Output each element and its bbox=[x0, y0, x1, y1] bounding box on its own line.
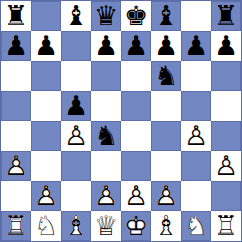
black-queen-piece: ♛ bbox=[91, 1, 121, 31]
square-b6[interactable] bbox=[31, 61, 61, 91]
square-d5[interactable] bbox=[91, 91, 121, 121]
black-king-piece: ♚ bbox=[121, 1, 151, 31]
piece-outline-glyph: ♗ bbox=[61, 211, 91, 241]
square-e2[interactable]: ♟♙ bbox=[121, 181, 151, 211]
square-d1[interactable]: ♛♕ bbox=[91, 211, 121, 241]
square-e7[interactable]: ♟ bbox=[121, 31, 151, 61]
piece-fill-glyph: ♜ bbox=[211, 1, 241, 31]
white-pawn-piece: ♟♙ bbox=[1, 151, 31, 181]
square-c5[interactable]: ♟ bbox=[61, 91, 91, 121]
square-h6[interactable] bbox=[211, 61, 241, 91]
square-e8[interactable]: ♚ bbox=[121, 1, 151, 31]
square-a2[interactable] bbox=[1, 181, 31, 211]
square-h4[interactable] bbox=[211, 121, 241, 151]
black-pawn-piece: ♟ bbox=[61, 91, 91, 121]
square-b4[interactable] bbox=[31, 121, 61, 151]
square-a1[interactable]: ♜♖ bbox=[1, 211, 31, 241]
white-bishop-piece: ♝♗ bbox=[151, 211, 181, 241]
white-pawn-piece: ♟♙ bbox=[91, 181, 121, 211]
white-pawn-piece: ♟♙ bbox=[211, 151, 241, 181]
square-g7[interactable]: ♟ bbox=[181, 31, 211, 61]
square-g2[interactable] bbox=[181, 181, 211, 211]
square-c3[interactable] bbox=[61, 151, 91, 181]
piece-outline-glyph: ♙ bbox=[91, 181, 121, 211]
square-h5[interactable] bbox=[211, 91, 241, 121]
piece-outline-glyph: ♙ bbox=[211, 151, 241, 181]
white-rook-piece: ♜♖ bbox=[211, 211, 241, 241]
square-a8[interactable]: ♜ bbox=[1, 1, 31, 31]
white-knight-piece: ♞♘ bbox=[31, 211, 61, 241]
black-rook-piece: ♜ bbox=[211, 1, 241, 31]
square-f5[interactable] bbox=[151, 91, 181, 121]
square-d4[interactable]: ♞ bbox=[91, 121, 121, 151]
piece-outline-glyph: ♘ bbox=[31, 211, 61, 241]
black-pawn-piece: ♟ bbox=[211, 31, 241, 61]
black-pawn-piece: ♟ bbox=[1, 31, 31, 61]
black-pawn-piece: ♟ bbox=[151, 31, 181, 61]
square-f7[interactable]: ♟ bbox=[151, 31, 181, 61]
square-c6[interactable] bbox=[61, 61, 91, 91]
piece-outline-glyph: ♙ bbox=[31, 181, 61, 211]
square-h2[interactable] bbox=[211, 181, 241, 211]
white-pawn-piece: ♟♙ bbox=[121, 181, 151, 211]
black-pawn-piece: ♟ bbox=[31, 31, 61, 61]
square-a3[interactable]: ♟♙ bbox=[1, 151, 31, 181]
square-h7[interactable]: ♟ bbox=[211, 31, 241, 61]
square-b5[interactable] bbox=[31, 91, 61, 121]
square-g4[interactable]: ♟♙ bbox=[181, 121, 211, 151]
piece-fill-glyph: ♟ bbox=[91, 31, 121, 61]
black-knight-piece: ♞ bbox=[151, 61, 181, 91]
black-bishop-piece: ♝ bbox=[61, 1, 91, 31]
square-a7[interactable]: ♟ bbox=[1, 31, 31, 61]
square-b8[interactable] bbox=[31, 1, 61, 31]
square-b2[interactable]: ♟♙ bbox=[31, 181, 61, 211]
square-e6[interactable] bbox=[121, 61, 151, 91]
piece-fill-glyph: ♝ bbox=[61, 1, 91, 31]
white-pawn-piece: ♟♙ bbox=[61, 121, 91, 151]
square-h8[interactable]: ♜ bbox=[211, 1, 241, 31]
piece-outline-glyph: ♖ bbox=[211, 211, 241, 241]
piece-fill-glyph: ♟ bbox=[61, 91, 91, 121]
square-c1[interactable]: ♝♗ bbox=[61, 211, 91, 241]
piece-outline-glyph: ♙ bbox=[181, 121, 211, 151]
square-e3[interactable] bbox=[121, 151, 151, 181]
square-e4[interactable] bbox=[121, 121, 151, 151]
black-pawn-piece: ♟ bbox=[181, 31, 211, 61]
square-g3[interactable] bbox=[181, 151, 211, 181]
piece-fill-glyph: ♞ bbox=[151, 61, 181, 91]
square-d3[interactable] bbox=[91, 151, 121, 181]
square-h3[interactable]: ♟♙ bbox=[211, 151, 241, 181]
white-queen-piece: ♛♕ bbox=[91, 211, 121, 241]
square-e5[interactable] bbox=[121, 91, 151, 121]
square-c4[interactable]: ♟♙ bbox=[61, 121, 91, 151]
piece-outline-glyph: ♘ bbox=[181, 211, 211, 241]
square-g5[interactable] bbox=[181, 91, 211, 121]
piece-outline-glyph: ♗ bbox=[151, 211, 181, 241]
square-f6[interactable]: ♞ bbox=[151, 61, 181, 91]
piece-outline-glyph: ♙ bbox=[61, 121, 91, 151]
white-rook-piece: ♜♖ bbox=[1, 211, 31, 241]
white-pawn-piece: ♟♙ bbox=[181, 121, 211, 151]
piece-outline-glyph: ♖ bbox=[1, 211, 31, 241]
black-bishop-piece: ♝ bbox=[151, 1, 181, 31]
chess-board: ♜♝♛♚♝♜♟♟♟♟♟♟♟♞♟♟♙♞♟♙♟♙♟♙♟♙♟♙♟♙♟♙♜♖♞♘♝♗♛♕… bbox=[0, 0, 242, 242]
square-g1[interactable]: ♞♘ bbox=[181, 211, 211, 241]
white-knight-piece: ♞♘ bbox=[181, 211, 211, 241]
piece-outline-glyph: ♔ bbox=[121, 211, 151, 241]
square-d6[interactable] bbox=[91, 61, 121, 91]
piece-fill-glyph: ♟ bbox=[151, 31, 181, 61]
piece-fill-glyph: ♝ bbox=[151, 1, 181, 31]
square-c7[interactable] bbox=[61, 31, 91, 61]
square-g6[interactable] bbox=[181, 61, 211, 91]
piece-fill-glyph: ♟ bbox=[1, 31, 31, 61]
black-knight-piece: ♞ bbox=[91, 121, 121, 151]
piece-fill-glyph: ♛ bbox=[91, 1, 121, 31]
square-f4[interactable] bbox=[151, 121, 181, 151]
piece-fill-glyph: ♟ bbox=[181, 31, 211, 61]
white-bishop-piece: ♝♗ bbox=[61, 211, 91, 241]
white-pawn-piece: ♟♙ bbox=[31, 181, 61, 211]
square-c8[interactable]: ♝ bbox=[61, 1, 91, 31]
black-rook-piece: ♜ bbox=[1, 1, 31, 31]
square-f3[interactable] bbox=[151, 151, 181, 181]
square-b3[interactable] bbox=[31, 151, 61, 181]
square-f1[interactable]: ♝♗ bbox=[151, 211, 181, 241]
square-e1[interactable]: ♚♔ bbox=[121, 211, 151, 241]
white-pawn-piece: ♟♙ bbox=[151, 181, 181, 211]
square-d7[interactable]: ♟ bbox=[91, 31, 121, 61]
square-g8[interactable] bbox=[181, 1, 211, 31]
square-f2[interactable]: ♟♙ bbox=[151, 181, 181, 211]
black-pawn-piece: ♟ bbox=[121, 31, 151, 61]
piece-fill-glyph: ♚ bbox=[121, 1, 151, 31]
piece-outline-glyph: ♙ bbox=[151, 181, 181, 211]
piece-fill-glyph: ♟ bbox=[31, 31, 61, 61]
piece-fill-glyph: ♞ bbox=[91, 121, 121, 151]
square-b1[interactable]: ♞♘ bbox=[31, 211, 61, 241]
black-pawn-piece: ♟ bbox=[91, 31, 121, 61]
square-a5[interactable] bbox=[1, 91, 31, 121]
piece-fill-glyph: ♜ bbox=[1, 1, 31, 31]
square-d8[interactable]: ♛ bbox=[91, 1, 121, 31]
square-c2[interactable] bbox=[61, 181, 91, 211]
piece-outline-glyph: ♕ bbox=[91, 211, 121, 241]
square-h1[interactable]: ♜♖ bbox=[211, 211, 241, 241]
square-f8[interactable]: ♝ bbox=[151, 1, 181, 31]
square-a4[interactable] bbox=[1, 121, 31, 151]
piece-outline-glyph: ♙ bbox=[1, 151, 31, 181]
square-d2[interactable]: ♟♙ bbox=[91, 181, 121, 211]
white-king-piece: ♚♔ bbox=[121, 211, 151, 241]
piece-fill-glyph: ♟ bbox=[121, 31, 151, 61]
piece-outline-glyph: ♙ bbox=[121, 181, 151, 211]
piece-fill-glyph: ♟ bbox=[211, 31, 241, 61]
square-b7[interactable]: ♟ bbox=[31, 31, 61, 61]
square-a6[interactable] bbox=[1, 61, 31, 91]
